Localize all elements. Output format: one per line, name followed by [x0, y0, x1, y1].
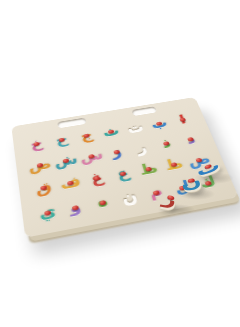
recess-glyph: ن — [120, 189, 139, 206]
loose-piece[interactable]: ن — [180, 173, 202, 192]
letter-cell[interactable]: و — [59, 193, 92, 223]
recess-glyph: ر — [135, 141, 148, 155]
letter-cell[interactable]: ي — [32, 198, 64, 228]
recess-glyph: ت — [125, 120, 145, 134]
